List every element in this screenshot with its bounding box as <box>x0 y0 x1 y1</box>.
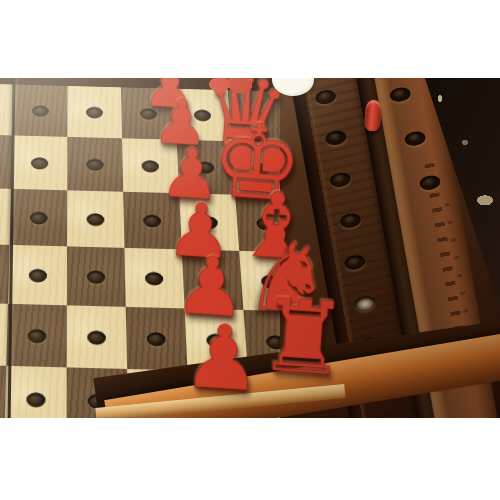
partial-red-piece <box>206 78 254 94</box>
letterbox-top <box>0 0 500 78</box>
screenshot: ♟♟♟♟♟♟♛♚♝♞♜ <box>0 0 500 500</box>
storage-peg[interactable] <box>364 99 383 131</box>
piece-rook[interactable]: ♜ <box>255 285 351 391</box>
photo-of-chess-set: ♟♟♟♟♟♟♛♚♝♞♜ <box>0 78 500 418</box>
letterbox-bottom <box>0 418 500 500</box>
pieces-layer: ♟♟♟♟♟♟♛♚♝♞♜ <box>0 78 500 418</box>
